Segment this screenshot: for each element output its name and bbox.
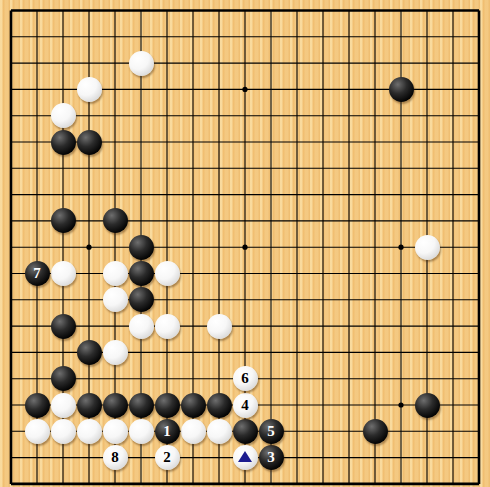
black-stone[interactable] — [51, 130, 76, 155]
move-number-label: 8 — [111, 450, 119, 465]
stones-layer: 12345678 — [0, 0, 490, 487]
white-stone[interactable] — [103, 261, 128, 286]
move-stone-1[interactable]: 1 — [155, 419, 180, 444]
black-stone[interactable] — [363, 419, 388, 444]
black-stone[interactable] — [129, 287, 154, 312]
move-stone-5[interactable]: 5 — [259, 419, 284, 444]
move-number-label: 6 — [241, 371, 249, 386]
white-stone[interactable] — [207, 314, 232, 339]
white-stone[interactable] — [25, 419, 50, 444]
black-stone[interactable] — [155, 393, 180, 418]
black-stone[interactable] — [77, 393, 102, 418]
move-stone-7[interactable]: 7 — [25, 261, 50, 286]
move-number-label: 5 — [267, 424, 275, 439]
white-stone[interactable] — [103, 419, 128, 444]
white-stone[interactable] — [181, 419, 206, 444]
black-stone[interactable] — [129, 261, 154, 286]
white-stone[interactable] — [207, 419, 232, 444]
white-stone[interactable] — [129, 419, 154, 444]
move-stone-8[interactable]: 8 — [103, 445, 128, 470]
black-stone[interactable] — [51, 314, 76, 339]
black-stone[interactable] — [129, 235, 154, 260]
black-stone[interactable] — [51, 208, 76, 233]
move-number-label: 7 — [33, 266, 41, 281]
white-stone[interactable] — [77, 77, 102, 102]
white-stone[interactable] — [51, 261, 76, 286]
triangle-mark-icon — [238, 451, 252, 462]
move-stone-3[interactable]: 3 — [259, 445, 284, 470]
white-stone[interactable] — [155, 261, 180, 286]
white-stone[interactable] — [51, 419, 76, 444]
white-stone[interactable] — [415, 235, 440, 260]
white-stone[interactable] — [155, 314, 180, 339]
black-stone[interactable] — [103, 393, 128, 418]
move-number-label: 1 — [163, 424, 171, 439]
triangle-marked-stone[interactable] — [233, 445, 258, 470]
move-stone-4[interactable]: 4 — [233, 393, 258, 418]
black-stone[interactable] — [25, 393, 50, 418]
black-stone[interactable] — [415, 393, 440, 418]
black-stone[interactable] — [77, 130, 102, 155]
white-stone[interactable] — [103, 340, 128, 365]
black-stone[interactable] — [207, 393, 232, 418]
black-stone[interactable] — [51, 366, 76, 391]
white-stone[interactable] — [51, 103, 76, 128]
move-stone-2[interactable]: 2 — [155, 445, 180, 470]
black-stone[interactable] — [77, 340, 102, 365]
black-stone[interactable] — [181, 393, 206, 418]
move-number-label: 4 — [241, 398, 249, 413]
black-stone[interactable] — [233, 419, 258, 444]
black-stone[interactable] — [129, 393, 154, 418]
white-stone[interactable] — [103, 287, 128, 312]
white-stone[interactable] — [129, 51, 154, 76]
white-stone[interactable] — [51, 393, 76, 418]
move-number-label: 2 — [163, 450, 171, 465]
move-number-label: 3 — [267, 450, 275, 465]
white-stone[interactable] — [77, 419, 102, 444]
black-stone[interactable] — [103, 208, 128, 233]
move-stone-6[interactable]: 6 — [233, 366, 258, 391]
white-stone[interactable] — [129, 314, 154, 339]
go-board: 12345678 — [0, 0, 490, 487]
black-stone[interactable] — [389, 77, 414, 102]
